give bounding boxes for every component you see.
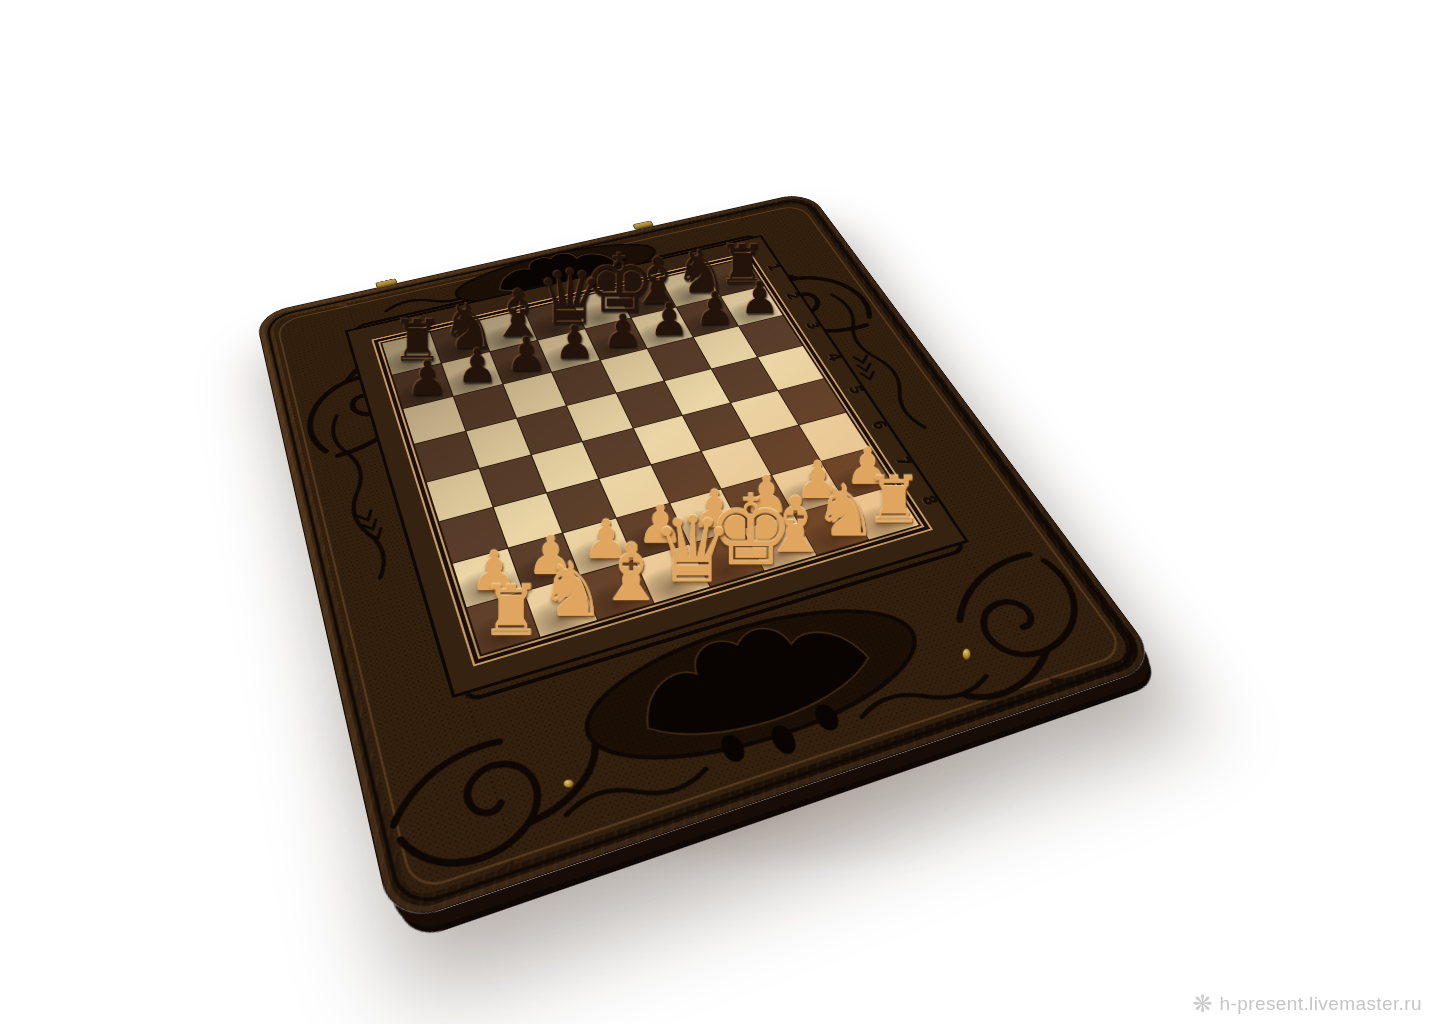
scene-3d: ♜♞♝♛♚♝♞♜♟♟♟♟♟♟♟♟♟♟♟♟♟♟♟♟♜♞♝♛♚♝♞♜ 1234567…: [0, 0, 1436, 1024]
ornament-flower-icon: ❋: [1192, 992, 1212, 1016]
photo-stage: ♜♞♝♛♚♝♞♜♟♟♟♟♟♟♟♟♟♟♟♟♟♟♟♟♜♞♝♛♚♝♞♜ 1234567…: [0, 0, 1436, 1024]
carved-wooden-board: ♜♞♝♛♚♝♞♜♟♟♟♟♟♟♟♟♟♟♟♟♟♟♟♟♜♞♝♛♚♝♞♜ 1234567…: [255, 191, 1161, 927]
watermark-text: h-present.livemaster.ru: [1220, 993, 1422, 1015]
watermark: ❋ h-present.livemaster.ru: [1192, 992, 1422, 1016]
brass-pin-bottom: [563, 779, 574, 788]
brass-pin-right: [962, 648, 971, 660]
piece-shadow: [715, 487, 794, 539]
